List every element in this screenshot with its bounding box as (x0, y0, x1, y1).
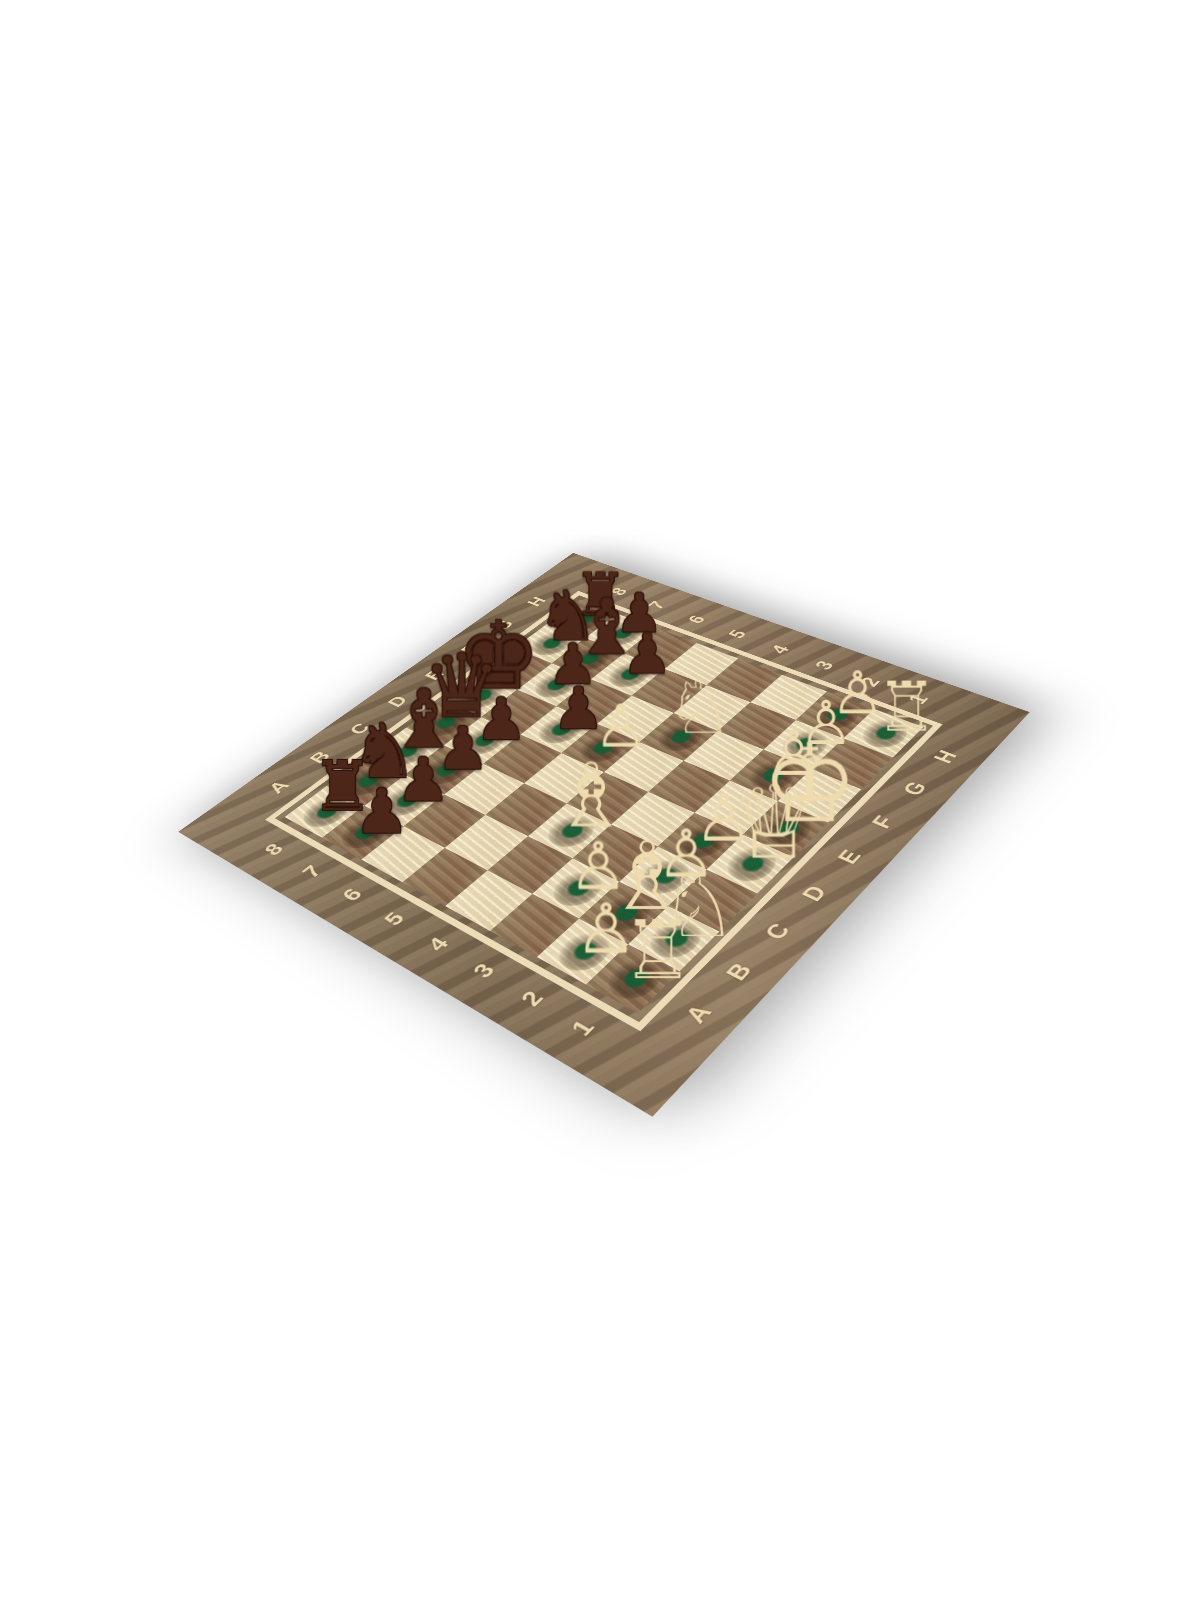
file-label-bottom-A: A (665, 986, 732, 1043)
file-label-bottom-G: G (887, 768, 942, 810)
product-photo-page: AA11BB22CC33DD44EE55FF66GG77HH88 ♜♞♝♛♚♞♜… (0, 0, 1200, 1600)
file-label-bottom-H: H (919, 737, 973, 777)
white-rook-a1[interactable]: ♖ (592, 910, 722, 991)
chess-board-3d: AA11BB22CC33DD44EE55FF66GG77HH88 ♜♞♝♛♚♞♜… (285, 600, 924, 1013)
black-pawn-a7[interactable]: ♟ (325, 780, 438, 842)
